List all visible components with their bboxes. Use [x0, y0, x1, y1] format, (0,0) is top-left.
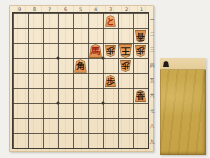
file-label: 1: [135, 6, 147, 12]
sente-indicator-icon: [163, 61, 169, 67]
shogi-piece-sente-馬[interactable]: 馬: [89, 44, 102, 58]
screen: 987654321 一二三四五六七八九 と香馬歩王歩角歩歩香: [0, 0, 210, 158]
shogi-piece-sente-角[interactable]: 角: [74, 59, 87, 73]
board-grid: と香馬歩王歩角歩歩香: [12, 12, 149, 149]
shogi-piece-sente-と[interactable]: と: [105, 15, 116, 27]
file-label: 9: [13, 6, 25, 12]
rank-label: 五: [150, 75, 155, 87]
rank-label: 七: [150, 105, 155, 117]
file-label: 7: [44, 6, 56, 12]
shogi-board: 987654321 一二三四五六七八九 と香馬歩王歩角歩歩香: [9, 5, 154, 152]
hoshi-dot: [102, 57, 105, 60]
file-label: 2: [120, 6, 132, 12]
shogi-piece-gote-王[interactable]: 王: [119, 44, 132, 58]
hoshi-dot: [57, 102, 60, 105]
shogi-piece-gote-歩[interactable]: 歩: [135, 45, 146, 57]
rank-label: 六: [150, 90, 155, 102]
piece-kanji: と: [105, 15, 116, 27]
shogi-piece-gote-香[interactable]: 香: [135, 30, 146, 43]
hoshi-dot: [102, 102, 105, 105]
piece-stand-header: [160, 58, 206, 70]
piece-kanji: 歩: [105, 45, 116, 57]
shogi-piece-sente-歩[interactable]: 歩: [105, 75, 116, 87]
pieces-layer: と香馬歩王歩角歩歩香: [13, 13, 148, 148]
rank-label: 一: [150, 14, 155, 26]
piece-kanji: 香: [135, 30, 146, 43]
shogi-piece-sente-香[interactable]: 香: [135, 90, 146, 103]
piece-kanji: 香: [135, 90, 146, 103]
piece-kanji: 馬: [89, 44, 102, 58]
piece-kanji: 歩: [105, 75, 116, 87]
piece-kanji: 歩: [120, 60, 131, 72]
file-label: 4: [89, 6, 101, 12]
rank-label: 九: [150, 135, 155, 147]
rank-label: 八: [150, 120, 155, 132]
rank-label: 三: [150, 44, 155, 56]
shogi-piece-gote-歩[interactable]: 歩: [120, 60, 131, 72]
file-label: 5: [74, 6, 86, 12]
piece-kanji: 歩: [135, 45, 146, 57]
hoshi-dot: [57, 57, 60, 60]
file-labels: 987654321: [12, 5, 149, 12]
file-label: 8: [29, 6, 41, 12]
rank-labels: 一二三四五六七八九: [149, 12, 155, 149]
piece-stand-komadai[interactable]: [160, 58, 206, 155]
file-label: 6: [59, 6, 71, 12]
piece-kanji: 王: [119, 44, 132, 58]
file-label: 3: [105, 6, 117, 12]
shogi-piece-gote-歩[interactable]: 歩: [105, 45, 116, 57]
rank-label: 二: [150, 29, 155, 41]
piece-kanji: 角: [74, 59, 87, 73]
rank-label: 四: [150, 59, 155, 71]
